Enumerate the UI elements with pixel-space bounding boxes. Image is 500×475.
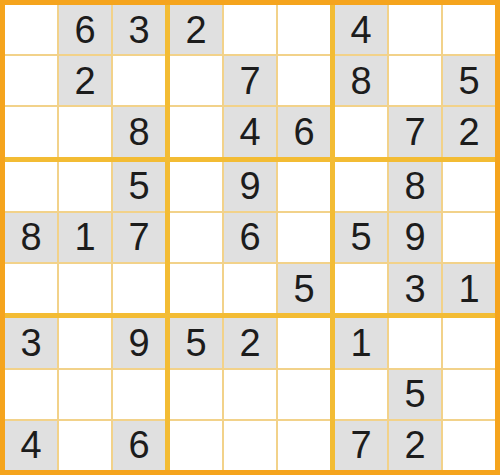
cell-r4c9[interactable] xyxy=(443,162,495,211)
cell-r3c3: 8 xyxy=(113,107,165,156)
cell-r9c7: 7 xyxy=(335,421,387,470)
cell-r6c7[interactable] xyxy=(335,264,387,313)
cell-r7c7: 1 xyxy=(335,318,387,367)
cell-r1c6[interactable] xyxy=(278,5,330,54)
cell-r5c7: 5 xyxy=(335,213,387,262)
cell-r5c4[interactable] xyxy=(170,213,222,262)
cell-r6c1[interactable] xyxy=(5,264,57,313)
cell-r6c9: 1 xyxy=(443,264,495,313)
cell-r8c7[interactable] xyxy=(335,370,387,419)
cell-r2c9: 5 xyxy=(443,56,495,105)
cell-r4c3: 5 xyxy=(113,162,165,211)
cell-r2c5: 7 xyxy=(224,56,276,105)
cell-r6c3[interactable] xyxy=(113,264,165,313)
cell-r5c1: 8 xyxy=(5,213,57,262)
cell-r2c6[interactable] xyxy=(278,56,330,105)
cell-r3c8: 7 xyxy=(389,107,441,156)
cell-r7c1: 3 xyxy=(5,318,57,367)
cell-r7c4: 5 xyxy=(170,318,222,367)
cell-r8c1[interactable] xyxy=(5,370,57,419)
box-r2c3: 85931 xyxy=(335,162,495,314)
cell-r1c7: 4 xyxy=(335,5,387,54)
cell-r9c1: 4 xyxy=(5,421,57,470)
cell-r1c3: 3 xyxy=(113,5,165,54)
cell-r7c6[interactable] xyxy=(278,318,330,367)
cell-r6c4[interactable] xyxy=(170,264,222,313)
cell-r8c2[interactable] xyxy=(59,370,111,419)
box-r1c2: 2746 xyxy=(170,5,330,157)
cell-r7c3: 9 xyxy=(113,318,165,367)
box-r3c1: 3946 xyxy=(5,318,165,470)
cell-r1c9[interactable] xyxy=(443,5,495,54)
cell-r3c4[interactable] xyxy=(170,107,222,156)
cell-r5c3: 7 xyxy=(113,213,165,262)
cell-r6c5[interactable] xyxy=(224,264,276,313)
cell-r6c6: 5 xyxy=(278,264,330,313)
cell-r2c4[interactable] xyxy=(170,56,222,105)
cell-r3c2[interactable] xyxy=(59,107,111,156)
cell-r2c2: 2 xyxy=(59,56,111,105)
box-r1c1: 6328 xyxy=(5,5,165,157)
cell-r4c4[interactable] xyxy=(170,162,222,211)
cell-r1c1[interactable] xyxy=(5,5,57,54)
cell-r4c8: 8 xyxy=(389,162,441,211)
cell-r2c1[interactable] xyxy=(5,56,57,105)
cell-r3c6: 6 xyxy=(278,107,330,156)
cell-r7c9[interactable] xyxy=(443,318,495,367)
cell-r4c5: 9 xyxy=(224,162,276,211)
cell-r6c8: 3 xyxy=(389,264,441,313)
cell-r8c8: 5 xyxy=(389,370,441,419)
cell-r5c6[interactable] xyxy=(278,213,330,262)
cell-r6c2[interactable] xyxy=(59,264,111,313)
cell-r8c6[interactable] xyxy=(278,370,330,419)
box-r2c2: 965 xyxy=(170,162,330,314)
cell-r5c5: 6 xyxy=(224,213,276,262)
cell-r4c1[interactable] xyxy=(5,162,57,211)
box-r2c1: 5817 xyxy=(5,162,165,314)
cell-r9c9[interactable] xyxy=(443,421,495,470)
cell-r3c7[interactable] xyxy=(335,107,387,156)
cell-r8c5[interactable] xyxy=(224,370,276,419)
cell-r1c2: 6 xyxy=(59,5,111,54)
cell-r8c9[interactable] xyxy=(443,370,495,419)
cell-r8c4[interactable] xyxy=(170,370,222,419)
cell-r9c4[interactable] xyxy=(170,421,222,470)
cell-r2c7: 8 xyxy=(335,56,387,105)
box-r1c3: 48572 xyxy=(335,5,495,157)
box-r3c3: 1572 xyxy=(335,318,495,470)
cell-r4c7[interactable] xyxy=(335,162,387,211)
cell-r7c5: 2 xyxy=(224,318,276,367)
cell-r9c6[interactable] xyxy=(278,421,330,470)
cell-r3c9: 2 xyxy=(443,107,495,156)
cell-r1c8[interactable] xyxy=(389,5,441,54)
cell-r9c2[interactable] xyxy=(59,421,111,470)
cell-r2c3[interactable] xyxy=(113,56,165,105)
cell-r3c1[interactable] xyxy=(5,107,57,156)
cell-r5c2: 1 xyxy=(59,213,111,262)
cell-r9c8: 2 xyxy=(389,421,441,470)
cell-r7c2[interactable] xyxy=(59,318,111,367)
cell-r8c3[interactable] xyxy=(113,370,165,419)
cell-r4c6[interactable] xyxy=(278,162,330,211)
cell-r5c8: 9 xyxy=(389,213,441,262)
cell-r9c5[interactable] xyxy=(224,421,276,470)
cell-r1c4: 2 xyxy=(170,5,222,54)
sudoku-board: 63282746485725817965859313946521572 xyxy=(0,0,500,475)
cell-r1c5[interactable] xyxy=(224,5,276,54)
box-r3c2: 52 xyxy=(170,318,330,470)
cell-r9c3: 6 xyxy=(113,421,165,470)
cell-r5c9[interactable] xyxy=(443,213,495,262)
cell-r3c5: 4 xyxy=(224,107,276,156)
cell-r4c2[interactable] xyxy=(59,162,111,211)
cell-r2c8[interactable] xyxy=(389,56,441,105)
cell-r7c8[interactable] xyxy=(389,318,441,367)
